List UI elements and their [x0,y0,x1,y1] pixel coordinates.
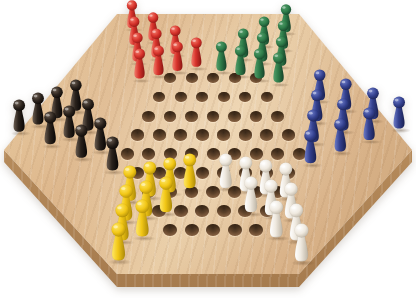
peg-shadow [108,259,132,265]
peg-shadow [133,236,156,241]
peg-black[interactable] [42,111,58,146]
peg-glyph [252,48,267,80]
peg-shadow [214,71,232,75]
peg-glyph [170,41,185,72]
board-hole[interactable] [185,224,199,236]
peg-shadow [233,75,251,79]
board-hole[interactable] [153,129,166,140]
peg-glyph [133,199,152,238]
board-hole[interactable] [185,111,198,122]
peg-white[interactable] [242,176,260,214]
peg-white[interactable] [267,200,286,239]
board-hole[interactable] [164,111,177,122]
peg-glyph [332,118,349,153]
peg-red[interactable] [189,37,204,68]
peg-glyph [73,124,90,159]
peg-blue[interactable] [332,118,349,153]
peg-yellow[interactable] [157,176,175,214]
peg-glyph [151,45,166,76]
peg-shadow [332,151,353,156]
board-hole[interactable] [142,148,155,159]
peg-shadow [181,188,203,193]
peg-green[interactable] [233,45,248,76]
peg-glyph [157,176,175,214]
peg-black[interactable] [73,124,90,159]
peg-shadow [242,212,264,217]
peg-shadow [189,67,207,71]
peg-red[interactable] [132,48,147,80]
peg-shadow [217,187,239,192]
board-hole[interactable] [271,111,284,122]
peg-glyph [391,96,407,130]
peg-glyph [132,48,147,80]
chinese-checkers-photo [0,0,416,298]
peg-shadow [361,140,381,145]
board-hole[interactable] [196,129,209,140]
peg-shadow [302,163,323,168]
board-hole[interactable] [260,129,273,140]
peg-glyph [233,45,248,76]
peg-black[interactable] [104,136,121,172]
peg-shadow [151,75,169,79]
board-hole[interactable] [218,92,230,103]
board-hole[interactable] [228,111,241,122]
peg-glyph [292,223,311,263]
board-hole[interactable] [207,111,220,122]
peg-red[interactable] [151,45,166,76]
peg-glyph [361,107,377,141]
board-hole[interactable] [163,224,177,236]
peg-white[interactable] [292,223,311,263]
peg-shadow [11,131,31,136]
peg-glyph [302,129,319,165]
peg-shadow [157,212,179,217]
peg-glyph [42,111,58,146]
board-hole[interactable] [121,148,134,159]
board-hole[interactable] [249,224,263,236]
peg-yellow[interactable] [109,222,128,262]
peg-glyph [217,153,234,190]
board-hole[interactable] [217,205,231,217]
board-hole[interactable] [261,92,273,103]
peg-glyph [104,136,121,172]
peg-green[interactable] [252,48,267,80]
peg-glyph [267,200,286,239]
board-hole[interactable] [282,129,295,140]
peg-blue[interactable] [391,96,407,130]
peg-black[interactable] [11,99,27,133]
peg-white[interactable] [217,153,234,190]
peg-shadow [391,128,411,133]
peg-shadow [271,83,290,87]
peg-green[interactable] [271,52,286,84]
peg-yellow[interactable] [133,199,152,238]
peg-shadow [170,71,188,75]
board-hole[interactable] [131,129,144,140]
peg-glyph [189,37,204,68]
peg-shadow [42,144,62,149]
board-hole[interactable] [175,92,187,103]
peg-blue[interactable] [361,107,377,141]
peg-glyph [109,222,128,262]
peg-shadow [132,79,151,83]
peg-shadow [252,79,271,83]
peg-shadow [291,260,315,266]
peg-blue[interactable] [302,129,319,165]
board [0,0,416,298]
peg-glyph [271,52,286,84]
peg-shadow [73,157,94,162]
peg-glyph [242,176,260,214]
board-hole[interactable] [217,129,230,140]
peg-glyph [11,99,27,133]
peg-red[interactable] [170,41,185,72]
peg-yellow[interactable] [181,153,198,190]
board-hole[interactable] [239,129,252,140]
peg-glyph [181,153,198,190]
board-hole[interactable] [142,111,155,122]
board-hole[interactable] [250,111,263,122]
board-hole[interactable] [206,224,220,236]
board-hole[interactable] [174,129,187,140]
peg-glyph [214,41,229,72]
peg-green[interactable] [214,41,229,72]
board-hole[interactable] [228,224,242,236]
